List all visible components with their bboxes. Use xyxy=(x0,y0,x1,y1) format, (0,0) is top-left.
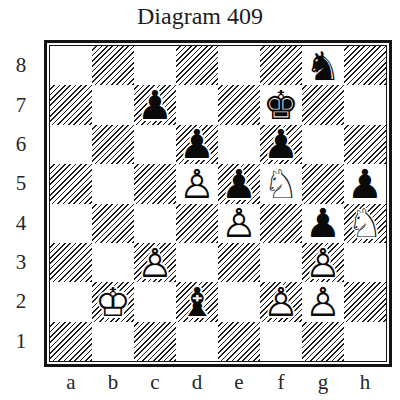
piece-white-knight: ♘ xyxy=(344,204,386,243)
rank-label-4: 4 xyxy=(8,204,34,243)
piece-halo: ♟ xyxy=(134,85,176,124)
piece-halo: ♟ xyxy=(134,243,176,282)
file-label-f: f xyxy=(260,368,302,396)
square-f5: ♞♘ xyxy=(260,164,302,203)
piece-white-king: ♔ xyxy=(92,282,134,321)
square-d3 xyxy=(176,243,218,282)
file-label-g: g xyxy=(302,368,344,396)
square-f6: ♟♟ xyxy=(260,125,302,164)
piece-halo: ♟ xyxy=(302,243,344,282)
square-e5: ♟♟ xyxy=(218,164,260,203)
square-h3 xyxy=(344,243,386,282)
square-b3 xyxy=(92,243,134,282)
file-label-d: d xyxy=(176,368,218,396)
piece-halo: ♞ xyxy=(344,204,386,243)
diagram-title: Diagram 409 xyxy=(0,3,400,30)
chess-board: ♞♞♟♟♚♚♟♟♟♟♟♙♟♟♞♘♟♟♟♙♟♟♞♘♟♙♟♙♚♔♝♝♟♙♟♙ xyxy=(44,40,392,367)
rank-label-1: 1 xyxy=(8,322,34,361)
piece-white-pawn: ♙ xyxy=(260,282,302,321)
rank-label-5: 5 xyxy=(8,164,34,203)
square-b5 xyxy=(92,164,134,203)
square-h2 xyxy=(344,282,386,321)
file-label-h: h xyxy=(344,368,386,396)
square-d5: ♟♙ xyxy=(176,164,218,203)
square-d8 xyxy=(176,46,218,85)
square-h8 xyxy=(344,46,386,85)
square-a4 xyxy=(50,204,92,243)
square-e6 xyxy=(218,125,260,164)
square-c7: ♟♟ xyxy=(134,85,176,124)
square-g1 xyxy=(302,322,344,361)
square-a2 xyxy=(50,282,92,321)
file-label-a: a xyxy=(50,368,92,396)
piece-halo: ♚ xyxy=(92,282,134,321)
square-d6: ♟♟ xyxy=(176,125,218,164)
piece-halo: ♚ xyxy=(260,85,302,124)
piece-black-pawn: ♟ xyxy=(218,164,260,203)
piece-black-knight: ♞ xyxy=(302,46,344,85)
piece-halo: ♟ xyxy=(218,164,260,203)
file-label-c: c xyxy=(134,368,176,396)
square-c2 xyxy=(134,282,176,321)
piece-halo: ♟ xyxy=(218,204,260,243)
rank-label-3: 3 xyxy=(8,243,34,282)
square-c8 xyxy=(134,46,176,85)
square-g4: ♟♟ xyxy=(302,204,344,243)
square-d4 xyxy=(176,204,218,243)
piece-halo: ♟ xyxy=(260,282,302,321)
piece-white-pawn: ♙ xyxy=(218,204,260,243)
square-a7 xyxy=(50,85,92,124)
piece-halo: ♝ xyxy=(176,282,218,321)
square-h6 xyxy=(344,125,386,164)
file-labels: abcdefgh xyxy=(50,368,386,396)
square-g6 xyxy=(302,125,344,164)
piece-black-king: ♚ xyxy=(260,85,302,124)
piece-white-pawn: ♙ xyxy=(134,243,176,282)
square-g5 xyxy=(302,164,344,203)
piece-halo: ♟ xyxy=(176,125,218,164)
piece-halo: ♞ xyxy=(302,46,344,85)
piece-halo: ♞ xyxy=(260,164,302,203)
rank-label-2: 2 xyxy=(8,282,34,321)
piece-halo: ♟ xyxy=(260,125,302,164)
square-e7 xyxy=(218,85,260,124)
square-d2: ♝♝ xyxy=(176,282,218,321)
square-h4: ♞♘ xyxy=(344,204,386,243)
square-b2: ♚♔ xyxy=(92,282,134,321)
square-f8 xyxy=(260,46,302,85)
square-h7 xyxy=(344,85,386,124)
piece-black-pawn: ♟ xyxy=(302,204,344,243)
square-e8 xyxy=(218,46,260,85)
square-g3: ♟♙ xyxy=(302,243,344,282)
rank-label-8: 8 xyxy=(8,46,34,85)
chess-board-grid: ♞♞♟♟♚♚♟♟♟♟♟♙♟♟♞♘♟♟♟♙♟♟♞♘♟♙♟♙♚♔♝♝♟♙♟♙ xyxy=(50,46,386,361)
square-c6 xyxy=(134,125,176,164)
square-b1 xyxy=(92,322,134,361)
piece-halo: ♟ xyxy=(176,164,218,203)
piece-halo: ♟ xyxy=(302,282,344,321)
square-h5: ♟♟ xyxy=(344,164,386,203)
square-f3 xyxy=(260,243,302,282)
square-f7: ♚♚ xyxy=(260,85,302,124)
square-d7 xyxy=(176,85,218,124)
square-c4 xyxy=(134,204,176,243)
file-label-b: b xyxy=(92,368,134,396)
square-a5 xyxy=(50,164,92,203)
piece-black-pawn: ♟ xyxy=(134,85,176,124)
square-c1 xyxy=(134,322,176,361)
square-f1 xyxy=(260,322,302,361)
square-g2: ♟♙ xyxy=(302,282,344,321)
rank-labels: 87654321 xyxy=(8,46,34,361)
rank-label-7: 7 xyxy=(8,85,34,124)
square-h1 xyxy=(344,322,386,361)
piece-black-bishop: ♝ xyxy=(176,282,218,321)
square-b6 xyxy=(92,125,134,164)
square-e3 xyxy=(218,243,260,282)
piece-black-pawn: ♟ xyxy=(344,164,386,203)
piece-white-knight: ♘ xyxy=(260,164,302,203)
square-b8 xyxy=(92,46,134,85)
square-g8: ♞♞ xyxy=(302,46,344,85)
piece-halo: ♟ xyxy=(302,204,344,243)
square-b7 xyxy=(92,85,134,124)
piece-white-pawn: ♙ xyxy=(176,164,218,203)
square-e4: ♟♙ xyxy=(218,204,260,243)
square-a1 xyxy=(50,322,92,361)
chess-board-inner-border: ♞♞♟♟♚♚♟♟♟♟♟♙♟♟♞♘♟♟♟♙♟♟♞♘♟♙♟♙♚♔♝♝♟♙♟♙ xyxy=(49,45,387,362)
piece-halo: ♟ xyxy=(344,164,386,203)
square-e2 xyxy=(218,282,260,321)
rank-label-6: 6 xyxy=(8,125,34,164)
file-label-e: e xyxy=(218,368,260,396)
piece-white-pawn: ♙ xyxy=(302,243,344,282)
square-a3 xyxy=(50,243,92,282)
square-c5 xyxy=(134,164,176,203)
chess-diagram-page: Diagram 409 87654321 ♞♞♟♟♚♚♟♟♟♟♟♙♟♟♞♘♟♟♟… xyxy=(0,0,400,400)
square-f4 xyxy=(260,204,302,243)
square-e1 xyxy=(218,322,260,361)
piece-black-pawn: ♟ xyxy=(176,125,218,164)
piece-black-pawn: ♟ xyxy=(260,125,302,164)
square-a8 xyxy=(50,46,92,85)
piece-white-pawn: ♙ xyxy=(302,282,344,321)
square-a6 xyxy=(50,125,92,164)
square-b4 xyxy=(92,204,134,243)
square-d1 xyxy=(176,322,218,361)
square-c3: ♟♙ xyxy=(134,243,176,282)
square-g7 xyxy=(302,85,344,124)
square-f2: ♟♙ xyxy=(260,282,302,321)
